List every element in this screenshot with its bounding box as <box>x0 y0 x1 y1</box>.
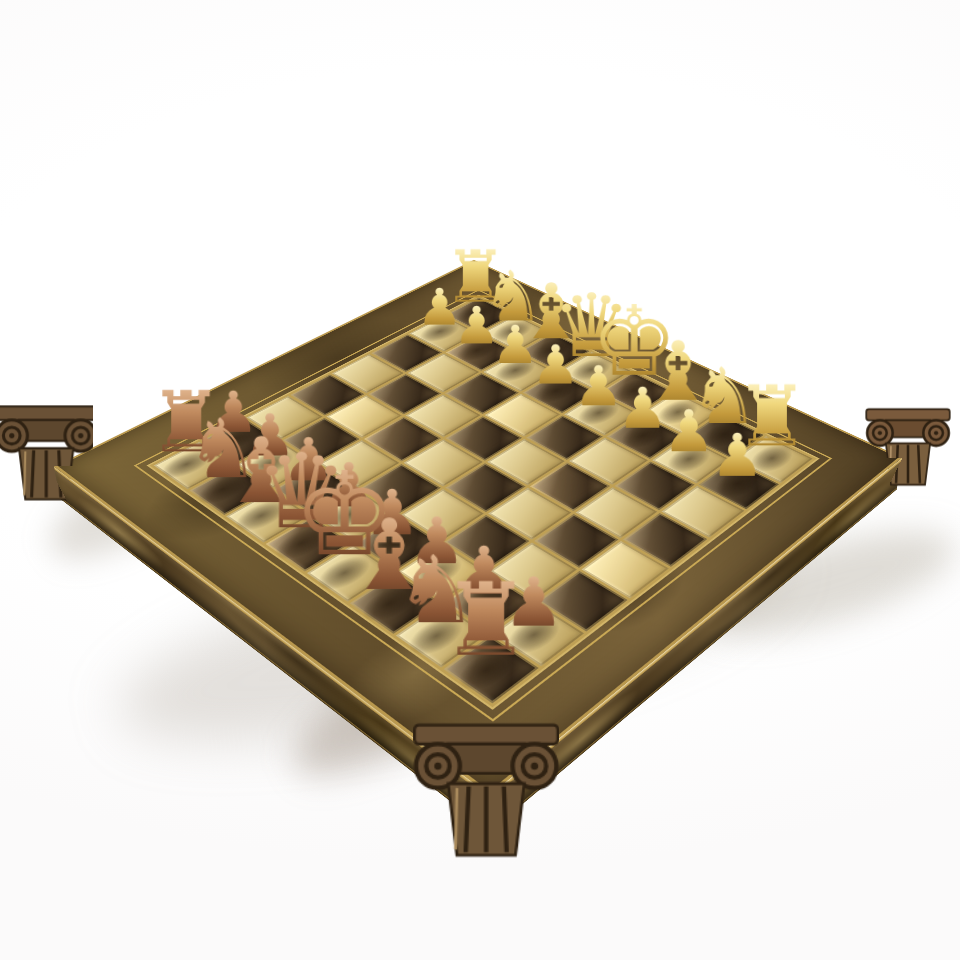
product-photo-scene: ♜♞♝♛♚♝♞♜♟♟♟♟♟♟♟♟♟♟♟♟♟♟♟♟♜♞♝♛♚♝♞♜ <box>0 0 960 960</box>
square-g4[interactable] <box>575 487 657 538</box>
ionic-capital-icon <box>413 719 559 860</box>
piece-gold-white-pawn-h2[interactable]: ♟ <box>676 429 799 488</box>
square-h4[interactable] <box>623 513 707 567</box>
chessboard-3d: ♜♞♝♛♚♝♞♜♟♟♟♟♟♟♟♟♟♟♟♟♟♟♟♟♜♞♝♛♚♝♞♜ <box>54 260 902 796</box>
piece-copper-black-rook-h8[interactable]: ♜ <box>414 574 559 675</box>
board-foot-front <box>413 719 559 860</box>
square-f4[interactable] <box>530 462 610 511</box>
